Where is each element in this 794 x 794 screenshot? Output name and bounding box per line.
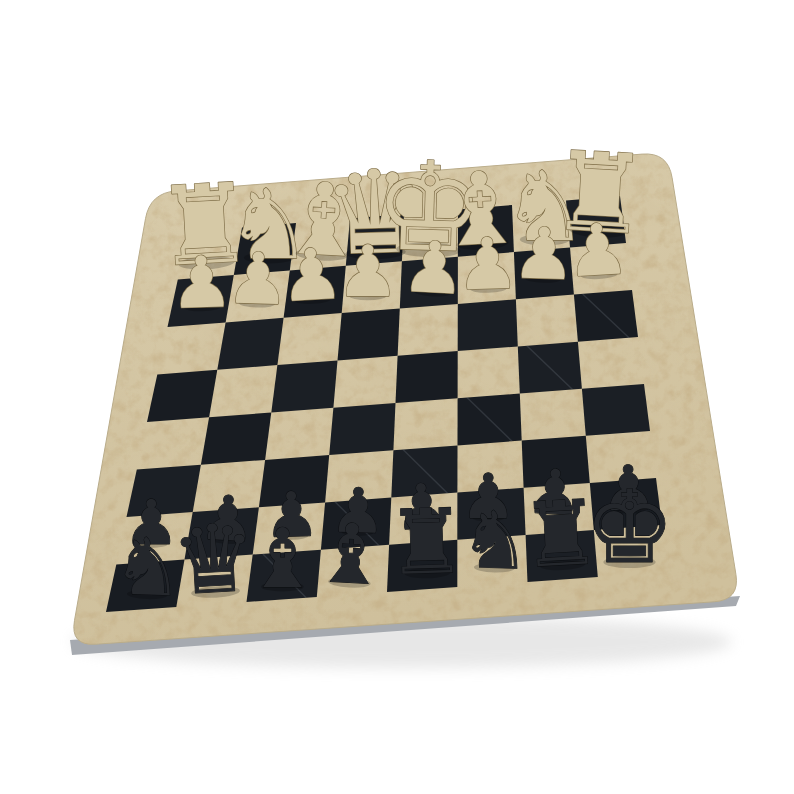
piece-light-pawn-d7: ♟ <box>336 230 400 313</box>
piece-light-pawn-h7: ♟ <box>564 207 632 293</box>
square-b4 <box>201 413 271 465</box>
square-d6 <box>338 309 400 361</box>
dark-bishop-glyph: ♝ <box>246 511 320 606</box>
dark-king-glyph: ♚ <box>584 468 675 586</box>
chessboard: ♜♞♝♛♚♝♞♜♟♟♟♟♟♟♟♟♟♟♟♟♟♟♟♟♞♛♝♝♜♞♜♚ <box>0 0 794 794</box>
square-b6 <box>217 318 283 370</box>
square-h4 <box>582 384 650 436</box>
square-d4 <box>329 403 395 455</box>
square-a5 <box>147 370 217 422</box>
light-pawn-glyph: ♟ <box>564 207 632 293</box>
piece-dark-king-h1: ♚ <box>584 468 675 586</box>
product-photo: ♜♞♝♛♚♝♞♜♟♟♟♟♟♟♟♟♟♟♟♟♟♟♟♟♞♛♝♝♜♞♜♚ <box>0 0 794 794</box>
piece-dark-rook-e1: ♜ <box>385 489 468 595</box>
dark-rook-glyph: ♜ <box>385 489 468 595</box>
light-pawn-glyph: ♟ <box>336 230 400 313</box>
piece-dark-bishop-c1: ♝ <box>246 511 320 606</box>
square-c5 <box>271 360 337 412</box>
square-f6 <box>458 299 518 351</box>
square-e5 <box>396 351 458 403</box>
dark-bishop-glyph: ♝ <box>312 505 391 604</box>
piece-dark-bishop-d1: ♝ <box>312 505 391 604</box>
